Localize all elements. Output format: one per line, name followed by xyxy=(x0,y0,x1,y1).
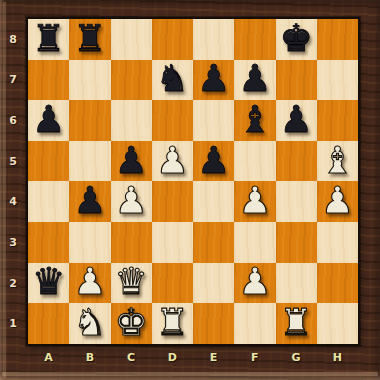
square-c7[interactable] xyxy=(111,60,152,101)
square-a1[interactable] xyxy=(28,303,69,344)
white-pawn-h4[interactable]: ♟ xyxy=(321,182,354,219)
square-b4[interactable]: ♟ xyxy=(69,181,110,222)
square-g7[interactable] xyxy=(276,60,317,101)
white-pawn-d5[interactable]: ♟ xyxy=(156,142,189,179)
file-labels: ABCDEFGH xyxy=(28,347,358,367)
board-border: ♜♜♚♞♟♟♟♝♟♟♟♟♝♟♟♟♟♛♟♛♟♞♚♜♜ xyxy=(26,17,360,346)
square-g4[interactable] xyxy=(276,181,317,222)
square-e2[interactable] xyxy=(193,263,234,304)
square-e1[interactable] xyxy=(193,303,234,344)
square-e7[interactable]: ♟ xyxy=(193,60,234,101)
square-b3[interactable] xyxy=(69,222,110,263)
square-a4[interactable] xyxy=(28,181,69,222)
square-a5[interactable] xyxy=(28,141,69,182)
square-e6[interactable] xyxy=(193,100,234,141)
rank-label-6: 6 xyxy=(0,100,26,141)
square-e4[interactable] xyxy=(193,181,234,222)
square-f1[interactable] xyxy=(234,303,275,344)
square-e5[interactable]: ♟ xyxy=(193,141,234,182)
square-g1[interactable]: ♜ xyxy=(276,303,317,344)
square-b1[interactable]: ♞ xyxy=(69,303,110,344)
square-d8[interactable] xyxy=(152,19,193,60)
black-rook-a8[interactable]: ♜ xyxy=(32,20,65,57)
square-h7[interactable] xyxy=(317,60,358,101)
square-d4[interactable] xyxy=(152,181,193,222)
square-f6[interactable]: ♝ xyxy=(234,100,275,141)
square-e3[interactable] xyxy=(193,222,234,263)
rank-labels: 87654321 xyxy=(0,19,26,344)
file-label-g: G xyxy=(276,347,317,367)
file-label-f: F xyxy=(234,347,275,367)
rank-label-8: 8 xyxy=(0,19,26,60)
square-f4[interactable]: ♟ xyxy=(234,181,275,222)
white-knight-b1[interactable]: ♞ xyxy=(73,304,106,341)
square-h2[interactable] xyxy=(317,263,358,304)
black-pawn-c5[interactable]: ♟ xyxy=(115,142,148,179)
white-rook-g1[interactable]: ♜ xyxy=(280,304,313,341)
file-label-a: A xyxy=(28,347,69,367)
file-label-c: C xyxy=(111,347,152,367)
square-d2[interactable] xyxy=(152,263,193,304)
black-queen-a2[interactable]: ♛ xyxy=(32,263,65,300)
square-c8[interactable] xyxy=(111,19,152,60)
square-a8[interactable]: ♜ xyxy=(28,19,69,60)
square-d3[interactable] xyxy=(152,222,193,263)
square-a6[interactable]: ♟ xyxy=(28,100,69,141)
square-g5[interactable] xyxy=(276,141,317,182)
black-pawn-b4[interactable]: ♟ xyxy=(73,182,106,219)
rank-label-4: 4 xyxy=(0,182,26,223)
square-b6[interactable] xyxy=(69,100,110,141)
file-label-b: B xyxy=(69,347,110,367)
white-bishop-h5[interactable]: ♝ xyxy=(321,142,354,179)
square-f3[interactable] xyxy=(234,222,275,263)
rank-label-5: 5 xyxy=(0,141,26,182)
square-h3[interactable] xyxy=(317,222,358,263)
black-pawn-g6[interactable]: ♟ xyxy=(280,101,313,138)
file-label-d: D xyxy=(152,347,193,367)
rank-label-1: 1 xyxy=(0,303,26,344)
square-h5[interactable]: ♝ xyxy=(317,141,358,182)
square-e8[interactable] xyxy=(193,19,234,60)
square-b8[interactable]: ♜ xyxy=(69,19,110,60)
white-pawn-f4[interactable]: ♟ xyxy=(238,182,271,219)
square-c6[interactable] xyxy=(111,100,152,141)
square-d6[interactable] xyxy=(152,100,193,141)
black-pawn-e7[interactable]: ♟ xyxy=(197,60,230,97)
square-f5[interactable] xyxy=(234,141,275,182)
white-pawn-b2[interactable]: ♟ xyxy=(73,263,106,300)
square-d7[interactable]: ♞ xyxy=(152,60,193,101)
frame-bevel-bottom xyxy=(2,372,378,376)
square-c5[interactable]: ♟ xyxy=(111,141,152,182)
square-b5[interactable] xyxy=(69,141,110,182)
black-rook-b8[interactable]: ♜ xyxy=(73,20,106,57)
rank-label-2: 2 xyxy=(0,263,26,304)
chess-board: ♜♜♚♞♟♟♟♝♟♟♟♟♝♟♟♟♟♛♟♛♟♞♚♜♜ xyxy=(28,19,358,344)
square-h1[interactable] xyxy=(317,303,358,344)
board-frame: 87654321 ♜♜♚♞♟♟♟♝♟♟♟♟♝♟♟♟♟♛♟♛♟♞♚♜♜ ABCDE… xyxy=(0,0,380,380)
square-c3[interactable] xyxy=(111,222,152,263)
square-c4[interactable]: ♟ xyxy=(111,181,152,222)
square-a3[interactable] xyxy=(28,222,69,263)
rank-label-3: 3 xyxy=(0,222,26,263)
square-c1[interactable]: ♚ xyxy=(111,303,152,344)
black-pawn-f7[interactable]: ♟ xyxy=(238,60,271,97)
square-c2[interactable]: ♛ xyxy=(111,263,152,304)
file-label-h: H xyxy=(317,347,358,367)
square-g3[interactable] xyxy=(276,222,317,263)
square-f8[interactable] xyxy=(234,19,275,60)
square-g6[interactable]: ♟ xyxy=(276,100,317,141)
black-knight-d7[interactable]: ♞ xyxy=(156,60,189,97)
white-pawn-f2[interactable]: ♟ xyxy=(238,263,271,300)
square-b7[interactable] xyxy=(69,60,110,101)
square-f7[interactable]: ♟ xyxy=(234,60,275,101)
black-pawn-e5[interactable]: ♟ xyxy=(197,142,230,179)
square-g8[interactable]: ♚ xyxy=(276,19,317,60)
rank-label-7: 7 xyxy=(0,60,26,101)
square-b2[interactable]: ♟ xyxy=(69,263,110,304)
white-queen-c2[interactable]: ♛ xyxy=(115,263,148,300)
square-d1[interactable]: ♜ xyxy=(152,303,193,344)
black-pawn-a6[interactable]: ♟ xyxy=(32,101,65,138)
black-king-g8[interactable]: ♚ xyxy=(280,20,313,57)
square-h8[interactable] xyxy=(317,19,358,60)
square-a2[interactable]: ♛ xyxy=(28,263,69,304)
white-pawn-c4[interactable]: ♟ xyxy=(115,182,148,219)
square-h4[interactable]: ♟ xyxy=(317,181,358,222)
white-king-c1[interactable]: ♚ xyxy=(115,304,148,341)
square-h6[interactable] xyxy=(317,100,358,141)
black-bishop-f6[interactable]: ♝ xyxy=(238,101,271,138)
square-a7[interactable] xyxy=(28,60,69,101)
square-g2[interactable] xyxy=(276,263,317,304)
square-d5[interactable]: ♟ xyxy=(152,141,193,182)
square-f2[interactable]: ♟ xyxy=(234,263,275,304)
file-label-e: E xyxy=(193,347,234,367)
white-rook-d1[interactable]: ♜ xyxy=(156,304,189,341)
